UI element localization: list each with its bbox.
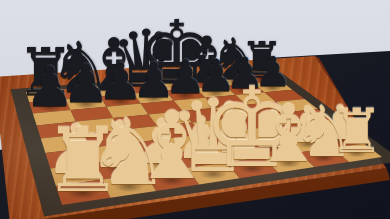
piece-white-rook-h1[interactable]: ♜ — [330, 101, 384, 162]
chess-board: ♜♞♝♛♚♝♞♜♟♟♟♟♟♟♟♟♟♟♟♟♟♟♟♟♜♞♝♛♚♝♞♜ — [0, 0, 390, 219]
chess-scene: ♜♞♝♛♚♝♞♜♟♟♟♟♟♟♟♟♟♟♟♟♟♟♟♟♜♞♝♛♚♝♞♜ — [0, 0, 390, 219]
